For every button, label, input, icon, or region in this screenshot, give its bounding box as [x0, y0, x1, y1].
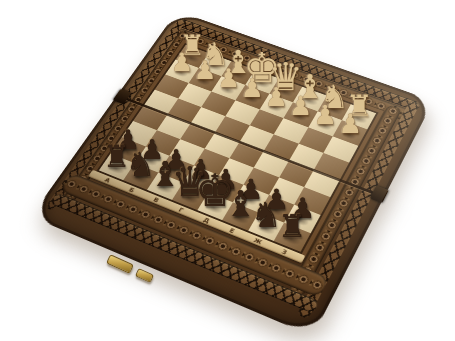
file-label: А [103, 177, 112, 186]
file-label: Е [227, 227, 235, 236]
file-label: З [280, 248, 289, 257]
file-label: Г [177, 206, 185, 215]
file-label: В [151, 196, 160, 205]
file-label: Б [127, 186, 136, 195]
brass-clasp-hook [135, 268, 154, 283]
product-photo-stage: АБВГДЕЖЗ ♜♞♝♚♛♝♞♜♟♟♟♟♟♟♟♟♟♟♟♟♟♟♟♟♜♞♝♛♚♝♞… [0, 0, 455, 341]
file-label: Д [201, 216, 211, 225]
file-label: Ж [252, 237, 264, 247]
chess-board: АБВГДЕЖЗ [31, 11, 434, 336]
